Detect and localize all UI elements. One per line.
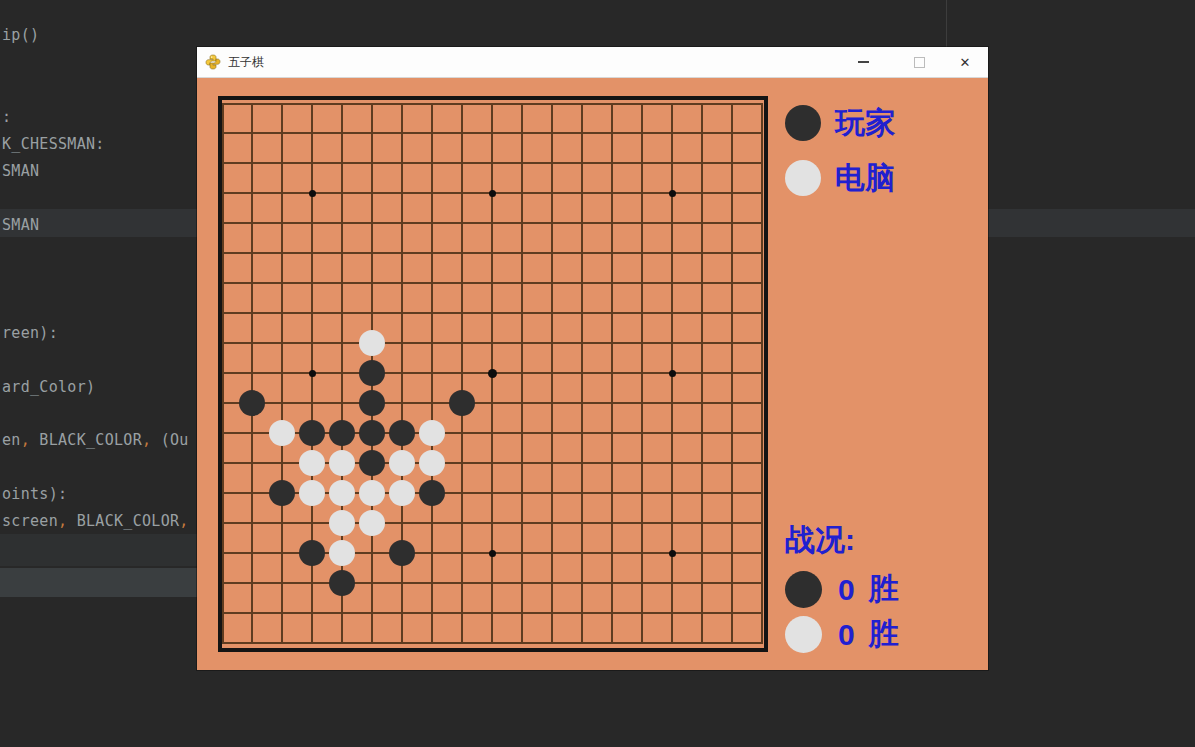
grid-line <box>222 612 763 614</box>
black-stone <box>389 540 415 566</box>
black-stone <box>359 360 385 386</box>
white-stone <box>359 330 385 356</box>
editor-code-line: oints): <box>2 485 67 503</box>
black-stone-icon <box>785 105 821 141</box>
grid-line <box>222 522 763 524</box>
editor-code-line: SMAN <box>2 162 39 180</box>
white-stone <box>389 480 415 506</box>
star-point <box>309 190 316 197</box>
black-stone <box>359 450 385 476</box>
grid-line <box>731 103 733 644</box>
score-panel: 战况: 0胜0胜 <box>785 522 899 653</box>
star-point <box>489 190 496 197</box>
screen: ip():K_CHESSMAN:SMANSMANreen):ard_Color)… <box>0 0 1195 747</box>
score-row-black: 0胜 <box>785 571 899 608</box>
editor-code-line: ip() <box>2 26 39 44</box>
grid-line <box>581 103 583 644</box>
black-stone <box>269 480 295 506</box>
editor-code-line: reen): <box>2 324 58 342</box>
win-count: 0 <box>838 573 855 607</box>
score-rows: 0胜0胜 <box>785 571 899 653</box>
editor-code-line: ard_Color) <box>2 378 95 396</box>
editor-code-line: screen, BLACK_COLOR, <box>2 512 189 530</box>
white-stone <box>329 540 355 566</box>
legend-label: 电脑 <box>835 158 895 199</box>
players-legend: 玩家电脑 <box>785 105 895 196</box>
close-button[interactable]: ✕ <box>950 47 980 77</box>
star-point <box>488 369 497 378</box>
grid-line <box>521 103 523 644</box>
editor-code-line: K_CHESSMAN: <box>2 135 105 153</box>
win-unit-label: 胜 <box>869 614 899 655</box>
black-stone <box>329 420 355 446</box>
score-title: 战况: <box>785 522 899 558</box>
black-stone <box>419 480 445 506</box>
star-point <box>489 550 496 557</box>
legend-row-white: 电脑 <box>785 160 895 196</box>
grid-line <box>611 103 613 644</box>
gomoku-window: 五子棋 ✕ 玩家电脑 战况: 0胜0胜 <box>197 47 988 670</box>
maximize-button[interactable] <box>904 47 934 77</box>
grid-line <box>222 642 763 644</box>
black-stone <box>449 390 475 416</box>
python-icon <box>205 54 221 70</box>
editor-selection-band <box>0 568 197 597</box>
legend-row-black: 玩家 <box>785 105 895 141</box>
grid-line <box>641 103 643 644</box>
black-stone <box>299 420 325 446</box>
editor-code-line: en, BLACK_COLOR, (Ou <box>2 431 189 449</box>
black-stone <box>329 570 355 596</box>
game-board[interactable] <box>218 96 768 652</box>
close-icon: ✕ <box>960 56 971 69</box>
black-stone <box>359 420 385 446</box>
maximize-icon <box>914 57 925 68</box>
white-stone <box>359 480 385 506</box>
black-stone-icon <box>785 571 822 608</box>
white-stone <box>329 510 355 536</box>
black-stone <box>389 420 415 446</box>
star-point <box>669 190 676 197</box>
editor-guide-line <box>946 0 947 47</box>
minimize-button[interactable] <box>848 47 878 77</box>
white-stone-icon <box>785 616 822 653</box>
grid-line <box>222 402 763 404</box>
black-stone <box>299 540 325 566</box>
white-stone-icon <box>785 160 821 196</box>
minimize-icon <box>858 61 869 63</box>
editor-code-line: : <box>2 108 11 126</box>
black-stone <box>359 390 385 416</box>
white-stone <box>359 510 385 536</box>
game-area: 玩家电脑 战况: 0胜0胜 <box>197 78 988 670</box>
white-stone <box>419 420 445 446</box>
white-stone <box>269 420 295 446</box>
white-stone <box>299 480 325 506</box>
win-count: 0 <box>838 618 855 652</box>
editor-highlight-band <box>0 534 197 566</box>
black-stone <box>239 390 265 416</box>
star-point <box>669 550 676 557</box>
grid-line <box>701 103 703 644</box>
white-stone <box>299 450 325 476</box>
star-point <box>669 370 676 377</box>
white-stone <box>329 480 355 506</box>
star-point <box>309 370 316 377</box>
score-row-white: 0胜 <box>785 616 899 653</box>
white-stone <box>419 450 445 476</box>
window-title: 五子棋 <box>228 54 264 71</box>
window-titlebar[interactable]: 五子棋 ✕ <box>197 47 988 78</box>
white-stone <box>389 450 415 476</box>
grid-line <box>551 103 553 644</box>
win-unit-label: 胜 <box>869 569 899 610</box>
legend-label: 玩家 <box>835 103 895 144</box>
white-stone <box>329 450 355 476</box>
grid-line <box>761 103 763 644</box>
grid-line <box>222 582 763 584</box>
editor-code-line: SMAN <box>2 216 39 234</box>
board-grid <box>222 103 763 644</box>
